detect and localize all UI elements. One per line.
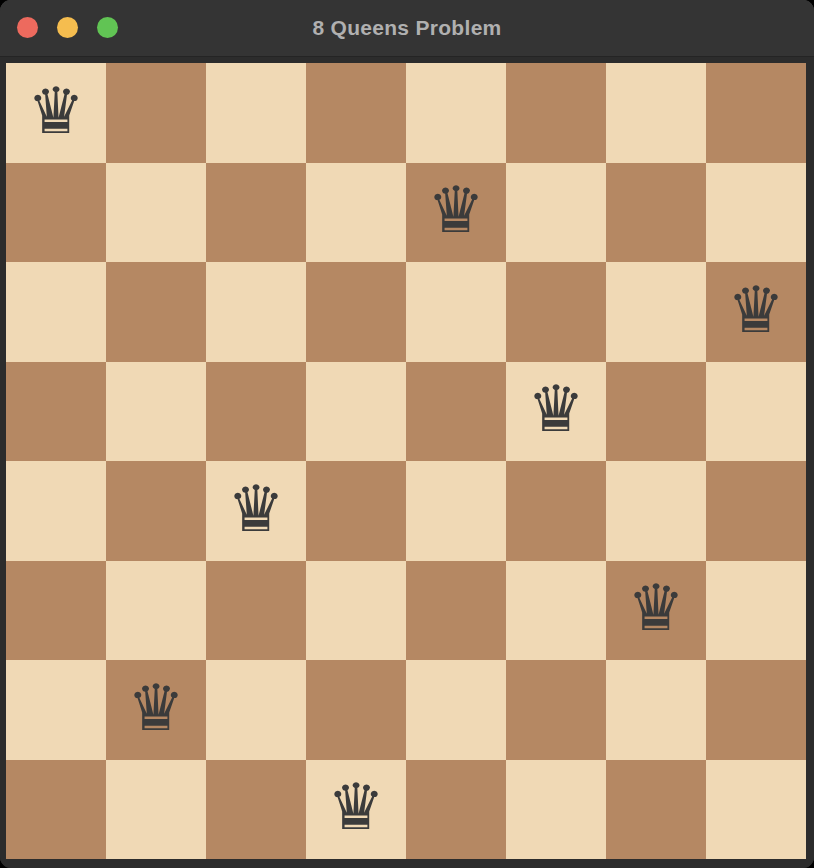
square-e5[interactable] [406, 362, 506, 462]
square-g3[interactable]: ♛ [606, 561, 706, 661]
square-d7[interactable] [306, 163, 406, 263]
square-g2[interactable] [606, 660, 706, 760]
square-e8[interactable] [406, 63, 506, 163]
square-b7[interactable] [106, 163, 206, 263]
square-e2[interactable] [406, 660, 506, 760]
square-g4[interactable] [606, 461, 706, 561]
square-g7[interactable] [606, 163, 706, 263]
square-h6[interactable]: ♛ [706, 262, 806, 362]
square-e7[interactable]: ♛ [406, 163, 506, 263]
square-b1[interactable] [106, 760, 206, 860]
black-queen[interactable]: ♛ [427, 178, 484, 242]
minimize-button[interactable] [57, 17, 78, 38]
square-d2[interactable] [306, 660, 406, 760]
square-h4[interactable] [706, 461, 806, 561]
black-queen[interactable]: ♛ [527, 377, 584, 441]
square-h7[interactable] [706, 163, 806, 263]
square-e3[interactable] [406, 561, 506, 661]
zoom-button[interactable] [97, 17, 118, 38]
square-f5[interactable]: ♛ [506, 362, 606, 462]
square-a5[interactable] [6, 362, 106, 462]
square-g8[interactable] [606, 63, 706, 163]
black-queen[interactable]: ♛ [227, 477, 284, 541]
square-b8[interactable] [106, 63, 206, 163]
square-h5[interactable] [706, 362, 806, 462]
square-f3[interactable] [506, 561, 606, 661]
square-b4[interactable] [106, 461, 206, 561]
traffic-lights [17, 17, 118, 38]
square-b6[interactable] [106, 262, 206, 362]
square-c1[interactable] [206, 760, 306, 860]
square-a2[interactable] [6, 660, 106, 760]
square-h2[interactable] [706, 660, 806, 760]
black-queen[interactable]: ♛ [327, 775, 384, 839]
square-f8[interactable] [506, 63, 606, 163]
square-d6[interactable] [306, 262, 406, 362]
black-queen[interactable]: ♛ [727, 278, 784, 342]
square-c7[interactable] [206, 163, 306, 263]
square-a3[interactable] [6, 561, 106, 661]
square-a4[interactable] [6, 461, 106, 561]
square-g1[interactable] [606, 760, 706, 860]
square-h1[interactable] [706, 760, 806, 860]
black-queen[interactable]: ♛ [627, 576, 684, 640]
square-h3[interactable] [706, 561, 806, 661]
square-c3[interactable] [206, 561, 306, 661]
square-d5[interactable] [306, 362, 406, 462]
square-d4[interactable] [306, 461, 406, 561]
square-b5[interactable] [106, 362, 206, 462]
square-e6[interactable] [406, 262, 506, 362]
square-d3[interactable] [306, 561, 406, 661]
square-f7[interactable] [506, 163, 606, 263]
square-c4[interactable]: ♛ [206, 461, 306, 561]
black-queen[interactable]: ♛ [127, 676, 184, 740]
square-e4[interactable] [406, 461, 506, 561]
square-h8[interactable] [706, 63, 806, 163]
square-c2[interactable] [206, 660, 306, 760]
titlebar: 8 Queens Problem [0, 0, 814, 57]
square-f4[interactable] [506, 461, 606, 561]
square-a1[interactable] [6, 760, 106, 860]
square-b2[interactable]: ♛ [106, 660, 206, 760]
square-f2[interactable] [506, 660, 606, 760]
square-c6[interactable] [206, 262, 306, 362]
square-g6[interactable] [606, 262, 706, 362]
square-f1[interactable] [506, 760, 606, 860]
square-b3[interactable] [106, 561, 206, 661]
square-c5[interactable] [206, 362, 306, 462]
close-button[interactable] [17, 17, 38, 38]
square-g5[interactable] [606, 362, 706, 462]
board-frame: ♛♛♛♛♛♛♛♛ [0, 57, 814, 868]
app-window: 8 Queens Problem ♛♛♛♛♛♛♛♛ [0, 0, 814, 868]
chess-board: ♛♛♛♛♛♛♛♛ [6, 63, 806, 859]
square-c8[interactable] [206, 63, 306, 163]
window-title: 8 Queens Problem [312, 16, 501, 40]
black-queen[interactable]: ♛ [27, 79, 84, 143]
square-a7[interactable] [6, 163, 106, 263]
square-f6[interactable] [506, 262, 606, 362]
square-e1[interactable] [406, 760, 506, 860]
square-d1[interactable]: ♛ [306, 760, 406, 860]
square-a8[interactable]: ♛ [6, 63, 106, 163]
square-a6[interactable] [6, 262, 106, 362]
square-d8[interactable] [306, 63, 406, 163]
